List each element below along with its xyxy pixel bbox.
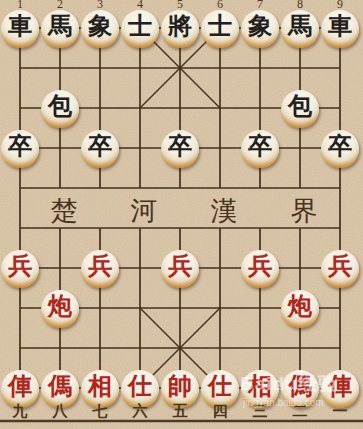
file-label-bottom-6: 四 xyxy=(213,402,228,421)
file-label-bottom-5: 五 xyxy=(173,402,188,421)
piece-glyph: 士 xyxy=(208,14,232,38)
piece-glyph: 傌 xyxy=(48,374,72,398)
river-char-1: 楚 xyxy=(51,193,78,229)
xiangqi-board: 123456789 楚河漢界 車馬象士將士象馬車包包卒卒卒卒卒兵兵兵兵兵炮炮俥傌… xyxy=(0,0,363,429)
piece-black-soldier[interactable]: 卒 xyxy=(1,130,39,168)
piece-black-advisor[interactable]: 士 xyxy=(121,10,159,48)
piece-red-cannon[interactable]: 炮 xyxy=(281,290,319,328)
piece-black-soldier[interactable]: 卒 xyxy=(241,130,279,168)
piece-glyph: 相 xyxy=(248,374,272,398)
piece-glyph: 車 xyxy=(8,14,32,38)
piece-black-cannon[interactable]: 包 xyxy=(281,90,319,128)
piece-black-soldier[interactable]: 卒 xyxy=(321,130,359,168)
piece-glyph: 兵 xyxy=(248,254,272,278)
piece-glyph: 兵 xyxy=(328,254,352,278)
piece-glyph: 象 xyxy=(88,14,112,38)
piece-glyph: 兵 xyxy=(8,254,32,278)
piece-glyph: 包 xyxy=(288,94,312,118)
piece-glyph: 俥 xyxy=(8,374,32,398)
piece-black-soldier[interactable]: 卒 xyxy=(161,130,199,168)
piece-glyph: 士 xyxy=(128,14,152,38)
piece-black-soldier[interactable]: 卒 xyxy=(81,130,119,168)
file-label-bottom-7: 三 xyxy=(253,402,268,421)
piece-glyph: 俥 xyxy=(328,374,352,398)
piece-glyph: 卒 xyxy=(168,134,192,158)
river-char-2: 河 xyxy=(131,193,158,229)
piece-glyph: 將 xyxy=(168,14,192,38)
piece-black-general[interactable]: 將 xyxy=(161,10,199,48)
piece-glyph: 相 xyxy=(88,374,112,398)
piece-glyph: 仕 xyxy=(208,374,232,398)
river-char-3: 漢 xyxy=(211,193,238,229)
piece-red-soldier[interactable]: 兵 xyxy=(1,250,39,288)
piece-glyph: 卒 xyxy=(8,134,32,158)
piece-glyph: 象 xyxy=(248,14,272,38)
piece-red-soldier[interactable]: 兵 xyxy=(321,250,359,288)
piece-glyph: 馬 xyxy=(48,14,72,38)
piece-black-chariot[interactable]: 車 xyxy=(321,10,359,48)
file-label-bottom-3: 七 xyxy=(93,402,108,421)
piece-red-soldier[interactable]: 兵 xyxy=(161,250,199,288)
file-label-bottom-1: 九 xyxy=(13,402,28,421)
piece-glyph: 炮 xyxy=(48,294,72,318)
file-label-bottom-9: 一 xyxy=(333,402,348,421)
piece-glyph: 傌 xyxy=(288,374,312,398)
piece-red-soldier[interactable]: 兵 xyxy=(81,250,119,288)
piece-glyph: 炮 xyxy=(288,294,312,318)
piece-glyph: 包 xyxy=(48,94,72,118)
river-char-4: 界 xyxy=(291,193,318,229)
piece-black-elephant[interactable]: 象 xyxy=(241,10,279,48)
piece-black-horse[interactable]: 馬 xyxy=(281,10,319,48)
piece-black-elephant[interactable]: 象 xyxy=(81,10,119,48)
piece-glyph: 帥 xyxy=(168,374,192,398)
piece-red-soldier[interactable]: 兵 xyxy=(241,250,279,288)
piece-black-chariot[interactable]: 車 xyxy=(1,10,39,48)
piece-glyph: 卒 xyxy=(248,134,272,158)
piece-glyph: 卒 xyxy=(88,134,112,158)
piece-glyph: 卒 xyxy=(328,134,352,158)
file-label-bottom-8: 二 xyxy=(293,402,308,421)
piece-black-cannon[interactable]: 包 xyxy=(41,90,79,128)
piece-glyph: 兵 xyxy=(88,254,112,278)
piece-glyph: 仕 xyxy=(128,374,152,398)
piece-black-horse[interactable]: 馬 xyxy=(41,10,79,48)
piece-black-advisor[interactable]: 士 xyxy=(201,10,239,48)
piece-glyph: 兵 xyxy=(168,254,192,278)
file-label-bottom-2: 八 xyxy=(53,402,68,421)
piece-glyph: 馬 xyxy=(288,14,312,38)
piece-glyph: 車 xyxy=(328,14,352,38)
file-label-bottom-4: 六 xyxy=(133,402,148,421)
piece-red-cannon[interactable]: 炮 xyxy=(41,290,79,328)
